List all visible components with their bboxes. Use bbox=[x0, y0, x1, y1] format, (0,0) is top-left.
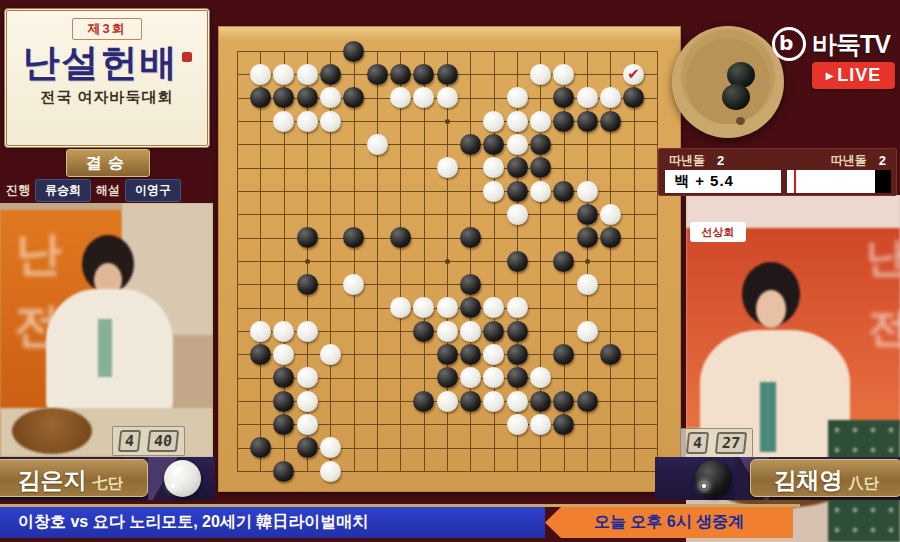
black-stone bbox=[460, 297, 481, 318]
white-stone bbox=[530, 414, 551, 435]
white-stone bbox=[297, 111, 318, 132]
sponsor-label: 선상회 bbox=[690, 222, 746, 242]
white-stone bbox=[507, 134, 528, 155]
right-clock-minutes: 4 bbox=[686, 432, 709, 454]
evaluation-black-segment bbox=[875, 170, 891, 193]
right-player-face bbox=[756, 290, 786, 328]
white-stone bbox=[507, 391, 528, 412]
star-point bbox=[305, 259, 310, 264]
black-stone bbox=[577, 111, 598, 132]
white-stone bbox=[483, 181, 504, 202]
white-stone bbox=[483, 344, 504, 365]
black-stone bbox=[297, 87, 318, 108]
white-stone bbox=[297, 391, 318, 412]
white-stone bbox=[507, 111, 528, 132]
white-stone bbox=[320, 87, 341, 108]
left-nameplate-plate: 김은지 七단 bbox=[0, 459, 148, 497]
white-stone bbox=[483, 111, 504, 132]
black-stone bbox=[297, 437, 318, 458]
black-stone bbox=[530, 134, 551, 155]
ticker-headline-bar: 이창호 vs 요다 노리모토, 20세기 韓日라이벌매치 bbox=[0, 507, 545, 538]
black-stone bbox=[250, 344, 271, 365]
right-player-ribbon bbox=[760, 382, 776, 452]
ticker-headline: 이창호 vs 요다 노리모토, 20세기 韓日라이벌매치 bbox=[18, 512, 368, 533]
black-stone bbox=[530, 391, 551, 412]
black-stone bbox=[577, 391, 598, 412]
black-stone bbox=[250, 87, 271, 108]
tournament-edition: 제3회 bbox=[72, 18, 141, 40]
black-stone bbox=[437, 64, 458, 85]
white-stone bbox=[320, 344, 341, 365]
commentator-name: 이영구 bbox=[125, 179, 181, 202]
black-stone bbox=[577, 204, 598, 225]
white-stone bbox=[297, 414, 318, 435]
white-stone bbox=[577, 274, 598, 295]
black-captures-label: 따낸돌 bbox=[831, 152, 867, 169]
board-grid: ✔ bbox=[237, 51, 658, 472]
host-label: 진행 bbox=[6, 182, 30, 199]
white-stone bbox=[437, 297, 458, 318]
star-point bbox=[445, 119, 450, 124]
black-stone bbox=[460, 344, 481, 365]
black-stone bbox=[273, 461, 294, 482]
white-stone bbox=[460, 367, 481, 388]
white-stone bbox=[413, 87, 434, 108]
white-stone bbox=[437, 391, 458, 412]
white-stone bbox=[530, 64, 551, 85]
white-stone bbox=[273, 64, 294, 85]
white-stone bbox=[343, 274, 364, 295]
black-stone bbox=[553, 391, 574, 412]
white-stone: ✔ bbox=[623, 64, 644, 85]
seal-stamp-icon bbox=[182, 52, 192, 62]
white-stone bbox=[273, 321, 294, 342]
black-stone bbox=[437, 344, 458, 365]
black-stone bbox=[273, 87, 294, 108]
right-player-clock: 4 27 bbox=[680, 428, 753, 458]
left-player-rank: 七단 bbox=[93, 474, 123, 493]
white-stone bbox=[390, 87, 411, 108]
black-stone bbox=[250, 437, 271, 458]
left-clock-minutes: 4 bbox=[118, 430, 141, 452]
bowl-lid-inner bbox=[686, 38, 770, 124]
right-nameplate: 김채영 八단 bbox=[655, 457, 900, 500]
ticker-schedule: 오늘 오후 6시 생중계 bbox=[594, 512, 744, 533]
ticker-schedule-bar: 오늘 오후 6시 생중계 bbox=[545, 507, 793, 538]
black-stone bbox=[273, 391, 294, 412]
badukttv-emblem-icon: b bbox=[772, 27, 806, 61]
white-stone bbox=[320, 461, 341, 482]
black-stone bbox=[507, 344, 528, 365]
white-stone bbox=[460, 321, 481, 342]
white-stone bbox=[553, 64, 574, 85]
white-stone bbox=[390, 297, 411, 318]
white-stone bbox=[530, 111, 551, 132]
left-player-stone-white bbox=[164, 460, 201, 497]
star-point bbox=[585, 259, 590, 264]
white-stone bbox=[483, 157, 504, 178]
score-panel: 따낸돌 2 따낸돌 2 백 + 5.4 bbox=[658, 148, 897, 196]
left-player-clock: 4 40 bbox=[112, 426, 185, 456]
white-stone bbox=[273, 111, 294, 132]
host-name: 류승희 bbox=[35, 179, 91, 202]
black-stone bbox=[343, 227, 364, 248]
right-nameplate-plate: 김채영 八단 bbox=[750, 459, 900, 497]
white-stone bbox=[437, 87, 458, 108]
broadcast-frame: 제3회 난설헌배 전국 여자바둑대회 결승 진행 류승희 해설 이영구 난 전 … bbox=[0, 0, 900, 542]
black-stone bbox=[507, 367, 528, 388]
white-stone bbox=[577, 321, 598, 342]
last-move-check-icon: ✔ bbox=[623, 64, 644, 85]
white-stone bbox=[483, 367, 504, 388]
right-player-name: 김채영 bbox=[774, 465, 843, 496]
black-stone bbox=[577, 227, 598, 248]
white-captures-count: 2 bbox=[717, 153, 724, 168]
star-point bbox=[445, 259, 450, 264]
white-stone bbox=[507, 87, 528, 108]
evaluation-marker bbox=[794, 170, 796, 193]
black-stone bbox=[553, 344, 574, 365]
black-stone bbox=[507, 321, 528, 342]
white-stone bbox=[507, 297, 528, 318]
black-stone bbox=[600, 227, 621, 248]
evaluation-bar bbox=[787, 170, 891, 193]
black-stone bbox=[413, 321, 434, 342]
black-stone bbox=[553, 181, 574, 202]
white-stone bbox=[530, 367, 551, 388]
left-stone-bowl bbox=[12, 408, 92, 454]
white-stone bbox=[600, 204, 621, 225]
black-stone bbox=[413, 64, 434, 85]
white-stone bbox=[437, 157, 458, 178]
white-stone bbox=[273, 344, 294, 365]
black-stone bbox=[367, 64, 388, 85]
round-badge: 결승 bbox=[66, 149, 150, 177]
tournament-subtitle: 전국 여자바둑대회 bbox=[7, 88, 207, 107]
evaluation-score: 백 + 5.4 bbox=[665, 170, 781, 193]
black-stone bbox=[320, 64, 341, 85]
white-stone bbox=[250, 321, 271, 342]
tournament-banner: 제3회 난설헌배 전국 여자바둑대회 bbox=[4, 8, 210, 148]
black-stone bbox=[460, 134, 481, 155]
commentary-label: 해설 bbox=[96, 182, 120, 199]
black-stone bbox=[483, 321, 504, 342]
right-player-stone-black bbox=[695, 460, 732, 497]
black-stone bbox=[460, 391, 481, 412]
staff-bar: 진행 류승희 해설 이영구 bbox=[6, 179, 211, 201]
black-stone bbox=[483, 134, 504, 155]
banner-ghost-char: 전 bbox=[868, 300, 900, 355]
bowl-lid bbox=[672, 26, 784, 138]
white-stone bbox=[530, 181, 551, 202]
white-stone bbox=[367, 134, 388, 155]
white-stone bbox=[507, 414, 528, 435]
black-stone bbox=[600, 344, 621, 365]
white-stone bbox=[297, 321, 318, 342]
left-player-name: 김은지 bbox=[18, 465, 87, 496]
black-stone bbox=[623, 87, 644, 108]
live-badge: ▶ LIVE bbox=[812, 62, 895, 89]
black-stone bbox=[273, 414, 294, 435]
white-stone bbox=[320, 437, 341, 458]
left-player-ribbon bbox=[98, 319, 112, 377]
black-stone bbox=[343, 41, 364, 62]
white-stone bbox=[413, 297, 434, 318]
black-stone bbox=[460, 227, 481, 248]
left-player-video: 난 전 bbox=[0, 203, 213, 457]
black-stone bbox=[460, 274, 481, 295]
black-stone bbox=[553, 251, 574, 272]
black-stone bbox=[273, 367, 294, 388]
left-clock-seconds: 40 bbox=[147, 430, 179, 452]
black-stone bbox=[600, 111, 621, 132]
black-stone bbox=[553, 87, 574, 108]
black-stone bbox=[343, 87, 364, 108]
black-stone bbox=[297, 274, 318, 295]
black-stone bbox=[553, 414, 574, 435]
white-stone bbox=[250, 64, 271, 85]
white-stone bbox=[600, 87, 621, 108]
white-stone bbox=[577, 181, 598, 202]
white-stone bbox=[297, 367, 318, 388]
banner-ghost-char: 난 bbox=[16, 223, 62, 285]
black-stone bbox=[507, 181, 528, 202]
white-stone bbox=[483, 391, 504, 412]
channel-name: 바둑TV bbox=[812, 28, 890, 61]
white-stone bbox=[320, 111, 341, 132]
white-stone bbox=[483, 297, 504, 318]
white-stone bbox=[577, 87, 598, 108]
black-stone bbox=[530, 157, 551, 178]
black-stone bbox=[507, 251, 528, 272]
left-nameplate: 김은지 七단 bbox=[0, 457, 215, 500]
white-stone bbox=[297, 64, 318, 85]
go-board: ✔ bbox=[218, 26, 681, 492]
black-stone bbox=[507, 157, 528, 178]
white-stone bbox=[437, 321, 458, 342]
bowl-mark bbox=[736, 117, 745, 125]
right-player-rank: 八단 bbox=[849, 474, 879, 493]
black-captures-count: 2 bbox=[879, 153, 886, 168]
black-stone bbox=[413, 391, 434, 412]
captured-black-stone bbox=[722, 84, 750, 110]
black-stone bbox=[437, 367, 458, 388]
white-stone bbox=[507, 204, 528, 225]
play-triangle-icon: ▶ bbox=[826, 70, 834, 81]
right-clock-seconds: 27 bbox=[715, 432, 747, 454]
white-captures-label: 따낸돌 bbox=[669, 152, 705, 169]
black-stone bbox=[297, 227, 318, 248]
black-stone bbox=[390, 227, 411, 248]
black-stone bbox=[390, 64, 411, 85]
black-stone bbox=[553, 111, 574, 132]
tournament-name: 난설헌배 bbox=[7, 42, 207, 82]
banner-ghost-char: 난 bbox=[866, 230, 900, 285]
channel-logo: b 바둑TV bbox=[772, 27, 890, 61]
